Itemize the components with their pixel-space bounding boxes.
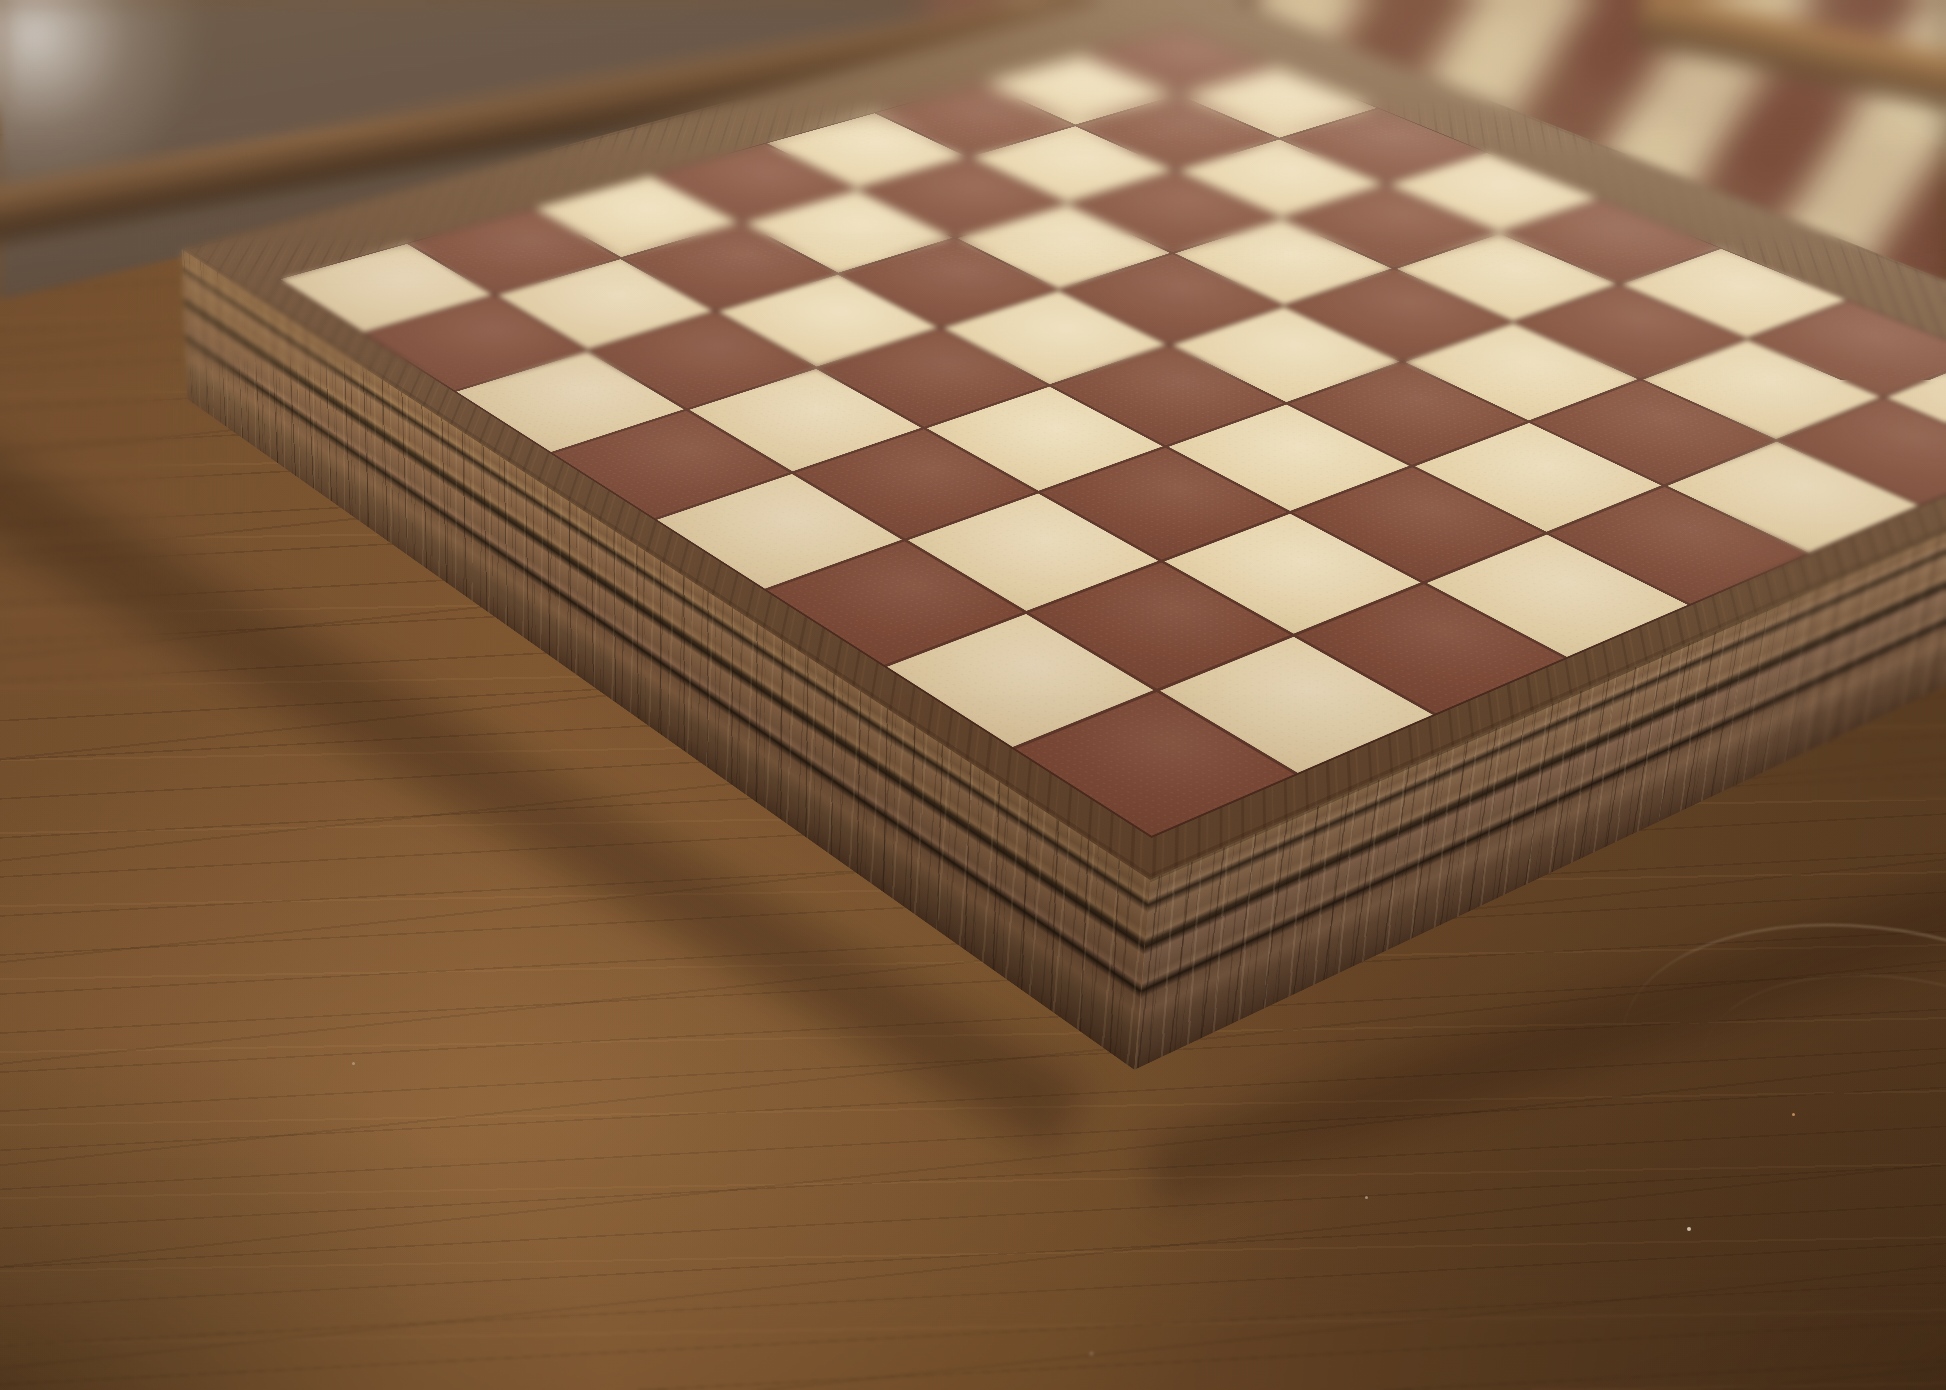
chess-board [182, 0, 1946, 880]
dust-speck [1687, 1227, 1691, 1231]
dust-speck [1090, 1352, 1093, 1355]
board-perspective-scene [0, 0, 1946, 1390]
dust-speck [1792, 1113, 1795, 1116]
dust-speck [352, 1062, 355, 1065]
dust-speck [1365, 1196, 1368, 1199]
photo-scene: Close-up photograph of the corner of an … [0, 0, 1946, 1390]
